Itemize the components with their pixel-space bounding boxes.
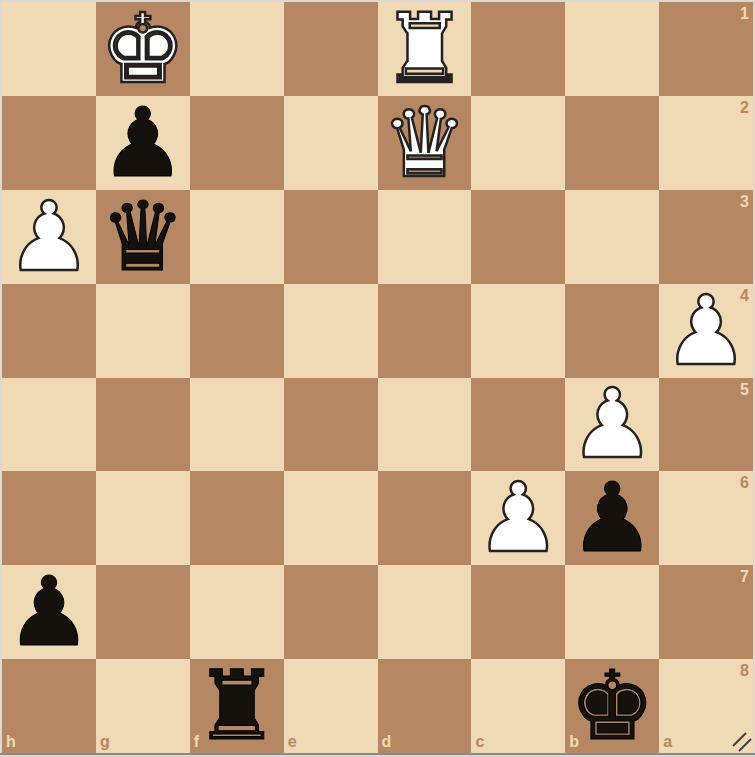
square-f5[interactable] xyxy=(190,378,284,472)
square-f4[interactable] xyxy=(190,284,284,378)
square-c1[interactable] xyxy=(471,2,565,96)
square-c6[interactable]: ♟ xyxy=(471,471,565,565)
square-h7[interactable]: ♟ xyxy=(2,565,96,659)
square-a5[interactable]: 5 xyxy=(659,378,753,472)
rank-label-7: 7 xyxy=(740,569,749,585)
white-queen-d2[interactable]: ♛ xyxy=(378,96,472,190)
rank-label-3: 3 xyxy=(740,194,749,210)
square-c5[interactable] xyxy=(471,378,565,472)
file-label-e: e xyxy=(288,734,297,750)
square-b1[interactable] xyxy=(565,2,659,96)
file-label-h: h xyxy=(6,734,16,750)
black-pawn-b6[interactable]: ♟ xyxy=(565,471,659,565)
square-f8[interactable]: f♜ xyxy=(190,659,284,753)
square-h6[interactable] xyxy=(2,471,96,565)
square-e7[interactable] xyxy=(284,565,378,659)
square-d5[interactable] xyxy=(378,378,472,472)
square-e2[interactable] xyxy=(284,96,378,190)
square-b7[interactable] xyxy=(565,565,659,659)
square-f1[interactable] xyxy=(190,2,284,96)
rank-label-2: 2 xyxy=(740,100,749,116)
square-h1[interactable] xyxy=(2,2,96,96)
square-h4[interactable] xyxy=(2,284,96,378)
file-label-a: a xyxy=(663,734,672,750)
white-rook-d1[interactable]: ♜ xyxy=(378,2,472,96)
rank-label-1: 1 xyxy=(740,6,749,22)
square-c4[interactable] xyxy=(471,284,565,378)
square-a2[interactable]: 2 xyxy=(659,96,753,190)
square-f3[interactable] xyxy=(190,190,284,284)
square-g1[interactable]: ♚ xyxy=(96,2,190,96)
board-resize-handle-icon[interactable] xyxy=(732,732,752,752)
square-g4[interactable] xyxy=(96,284,190,378)
white-pawn-h3[interactable]: ♟ xyxy=(2,190,96,284)
white-king-g1[interactable]: ♚ xyxy=(96,2,190,96)
square-e6[interactable] xyxy=(284,471,378,565)
square-f2[interactable] xyxy=(190,96,284,190)
file-label-c: c xyxy=(475,734,484,750)
black-pawn-h7[interactable]: ♟ xyxy=(2,565,96,659)
square-e4[interactable] xyxy=(284,284,378,378)
square-a7[interactable]: 7 xyxy=(659,565,753,659)
square-d2[interactable]: ♛ xyxy=(378,96,472,190)
rank-label-6: 6 xyxy=(740,475,749,491)
rank-label-8: 8 xyxy=(740,663,749,679)
square-h2[interactable] xyxy=(2,96,96,190)
square-c7[interactable] xyxy=(471,565,565,659)
square-d7[interactable] xyxy=(378,565,472,659)
file-label-d: d xyxy=(382,734,392,750)
square-g3[interactable]: ♛ xyxy=(96,190,190,284)
square-e1[interactable] xyxy=(284,2,378,96)
square-c3[interactable] xyxy=(471,190,565,284)
square-g6[interactable] xyxy=(96,471,190,565)
square-e8[interactable]: e xyxy=(284,659,378,753)
chess-board: ♚♜1♟♛2♟♛34♟♟5♟♟6♟7hgf♜edcb♚a8 xyxy=(2,2,753,753)
square-h3[interactable]: ♟ xyxy=(2,190,96,284)
square-a4[interactable]: 4♟ xyxy=(659,284,753,378)
white-pawn-a4[interactable]: ♟ xyxy=(659,284,753,378)
square-a6[interactable]: 6 xyxy=(659,471,753,565)
black-king-b8[interactable]: ♚ xyxy=(565,659,659,753)
square-g7[interactable] xyxy=(96,565,190,659)
black-queen-g3[interactable]: ♛ xyxy=(96,190,190,284)
white-pawn-c6[interactable]: ♟ xyxy=(471,471,565,565)
square-f6[interactable] xyxy=(190,471,284,565)
white-pawn-b5[interactable]: ♟ xyxy=(565,378,659,472)
square-h5[interactable] xyxy=(2,378,96,472)
square-b4[interactable] xyxy=(565,284,659,378)
square-a3[interactable]: 3 xyxy=(659,190,753,284)
square-d3[interactable] xyxy=(378,190,472,284)
square-b8[interactable]: b♚ xyxy=(565,659,659,753)
square-c8[interactable]: c xyxy=(471,659,565,753)
file-label-g: g xyxy=(100,734,110,750)
square-h8[interactable]: h xyxy=(2,659,96,753)
square-d6[interactable] xyxy=(378,471,472,565)
square-d8[interactable]: d xyxy=(378,659,472,753)
square-b3[interactable] xyxy=(565,190,659,284)
square-g5[interactable] xyxy=(96,378,190,472)
square-f7[interactable] xyxy=(190,565,284,659)
square-e5[interactable] xyxy=(284,378,378,472)
square-e3[interactable] xyxy=(284,190,378,284)
square-g8[interactable]: g xyxy=(96,659,190,753)
square-b6[interactable]: ♟ xyxy=(565,471,659,565)
black-pawn-g2[interactable]: ♟ xyxy=(96,96,190,190)
square-d1[interactable]: ♜ xyxy=(378,2,472,96)
square-c2[interactable] xyxy=(471,96,565,190)
square-d4[interactable] xyxy=(378,284,472,378)
square-g2[interactable]: ♟ xyxy=(96,96,190,190)
square-b2[interactable] xyxy=(565,96,659,190)
square-a1[interactable]: 1 xyxy=(659,2,753,96)
square-b5[interactable]: ♟ xyxy=(565,378,659,472)
black-rook-f8[interactable]: ♜ xyxy=(190,659,284,753)
